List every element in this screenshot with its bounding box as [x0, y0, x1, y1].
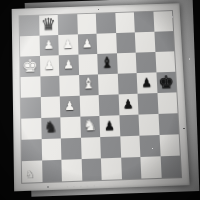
square[interactable]	[155, 51, 175, 72]
square[interactable]: ♝	[97, 53, 117, 74]
square[interactable]	[97, 33, 117, 54]
square[interactable]	[22, 139, 42, 161]
square[interactable]: ♟	[99, 115, 119, 137]
maker-logo-knight-icon: ♘	[25, 169, 35, 181]
square[interactable]	[79, 95, 99, 117]
square[interactable]	[98, 74, 118, 95]
black-king[interactable]: ♚	[158, 72, 175, 90]
square[interactable]: ♟	[39, 35, 59, 56]
square[interactable]	[138, 114, 159, 136]
square[interactable]	[41, 138, 61, 160]
square[interactable]	[120, 136, 141, 158]
square[interactable]	[157, 92, 178, 114]
square[interactable]: ♟	[60, 96, 80, 118]
square[interactable]	[21, 76, 41, 97]
square[interactable]: ♟	[58, 34, 78, 55]
square[interactable]: ♟	[77, 34, 97, 55]
square[interactable]	[99, 94, 119, 116]
white-bishop[interactable]: ♝	[82, 76, 96, 91]
board-grid: ♛♟♟♟♚♟♟♝♝♟♚♟♟♞♞♟♘	[20, 11, 181, 183]
photo-frame: ····· · · · · · ♛♟♟♟♚♟♟♝♝♟♚♟♟♞♞♟♘	[0, 0, 200, 200]
square[interactable]	[121, 157, 142, 179]
square[interactable]	[40, 96, 60, 118]
square[interactable]	[140, 156, 161, 178]
white-pawn[interactable]: ♟	[43, 39, 54, 51]
black-queen[interactable]: ♛	[41, 16, 56, 33]
square[interactable]	[153, 11, 173, 32]
board-left-border-marks: ·····	[13, 69, 18, 80]
square[interactable]	[101, 158, 122, 180]
white-pawn[interactable]: ♟	[63, 38, 74, 50]
square[interactable]	[115, 12, 135, 33]
square[interactable]: ♞	[41, 117, 61, 139]
square[interactable]	[116, 53, 136, 74]
square[interactable]	[119, 115, 139, 137]
square[interactable]	[136, 52, 156, 73]
square[interactable]	[61, 159, 81, 181]
square[interactable]: ♚	[156, 72, 176, 93]
square[interactable]	[135, 32, 155, 53]
white-knight[interactable]: ♞	[83, 118, 97, 134]
board-bottom-border-marks: · · · · ·	[67, 183, 97, 189]
square[interactable]: ♟	[59, 55, 79, 76]
square[interactable]: ♟	[39, 55, 59, 76]
square[interactable]	[21, 118, 41, 140]
square[interactable]	[139, 135, 160, 157]
square[interactable]: ♝	[79, 74, 99, 95]
square[interactable]: ♛	[39, 15, 59, 36]
square[interactable]	[160, 156, 181, 178]
square[interactable]	[40, 76, 60, 97]
square[interactable]	[134, 12, 154, 33]
square[interactable]	[154, 31, 174, 52]
black-pawn[interactable]: ♟	[123, 97, 134, 109]
square[interactable]	[78, 54, 98, 75]
square[interactable]: ♘	[22, 160, 42, 182]
square[interactable]	[159, 134, 180, 156]
white-pawn[interactable]: ♟	[82, 37, 93, 49]
white-pawn[interactable]: ♟	[44, 59, 55, 71]
square[interactable]: ♟	[118, 94, 138, 116]
square[interactable]	[96, 13, 116, 34]
square[interactable]	[21, 97, 41, 119]
square[interactable]	[81, 158, 102, 180]
square[interactable]	[60, 117, 80, 139]
square[interactable]	[20, 36, 40, 57]
black-bishop[interactable]: ♝	[100, 55, 114, 70]
white-pawn[interactable]: ♟	[63, 58, 74, 70]
square[interactable]	[77, 14, 97, 35]
square[interactable]	[58, 14, 78, 35]
square[interactable]	[42, 160, 62, 182]
square[interactable]: ♟	[137, 72, 157, 93]
black-pawn[interactable]: ♟	[104, 119, 115, 131]
square[interactable]: ♚	[20, 56, 40, 77]
square[interactable]	[117, 73, 137, 94]
square[interactable]	[100, 136, 120, 158]
black-knight[interactable]: ♞	[44, 119, 58, 135]
square[interactable]	[61, 138, 81, 160]
square[interactable]	[158, 113, 179, 135]
square[interactable]: ♞	[80, 116, 100, 138]
chess-board: ····· · · · · · ♛♟♟♟♚♟♟♝♝♟♚♟♟♞♞♟♘	[12, 3, 190, 191]
white-pawn[interactable]: ♟	[64, 99, 75, 111]
white-king[interactable]: ♚	[22, 56, 38, 74]
square[interactable]	[59, 75, 79, 96]
black-pawn[interactable]: ♟	[141, 76, 152, 88]
square[interactable]	[138, 93, 158, 115]
square[interactable]	[116, 32, 136, 53]
square[interactable]	[20, 16, 39, 37]
square[interactable]	[81, 137, 101, 159]
